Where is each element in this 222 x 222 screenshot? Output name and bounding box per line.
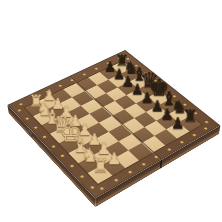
piece-black-rook-h8[interactable]: ♜	[182, 107, 197, 124]
brass-stud-icon	[100, 186, 105, 190]
brass-stud-icon	[204, 127, 208, 130]
piece-black-pawn-h7[interactable]: ♟	[171, 116, 185, 131]
brass-stud-icon	[80, 175, 85, 179]
brass-stud-icon	[17, 109, 21, 112]
brass-stud-icon	[128, 170, 133, 173]
brass-stud-icon	[83, 73, 87, 75]
brass-stud-icon	[90, 185, 95, 189]
brass-stud-icon	[154, 155, 159, 158]
brass-stud-icon	[51, 145, 55, 148]
brass-stud-icon	[58, 85, 62, 88]
chess-board: ♜♞♝♛♚♝♞♜♟♟♟♟♟♟♟♟♟♟♟♟♟♟♟♟♜♞♝♛♚♝♞♜	[7, 50, 220, 199]
piece-white-pawn-h2[interactable]: ♟	[107, 151, 122, 167]
brass-stud-icon	[204, 120, 208, 123]
brass-stud-icon	[94, 68, 98, 70]
brass-stud-icon	[42, 135, 46, 138]
brass-stud-icon	[114, 178, 119, 182]
brass-stud-icon	[25, 117, 29, 120]
brass-stud-icon	[167, 148, 171, 151]
fold-seam-side	[160, 159, 162, 169]
brass-stud-icon	[180, 141, 184, 144]
scene-3d: ♜♞♝♛♚♝♞♜♟♟♟♟♟♟♟♟♟♟♟♟♟♟♟♟♜♞♝♛♚♝♞♜	[0, 0, 222, 222]
brass-stud-icon	[34, 126, 38, 129]
brass-stud-icon	[141, 163, 146, 166]
piece-white-rook-h1[interactable]: ♜	[92, 157, 109, 176]
brass-stud-icon	[60, 154, 64, 157]
chess-set-photo: ♜♞♝♛♚♝♞♜♟♟♟♟♟♟♟♟♟♟♟♟♟♟♟♟♜♞♝♛♚♝♞♜	[0, 0, 222, 222]
brass-stud-icon	[70, 164, 75, 167]
brass-stud-icon	[192, 134, 196, 137]
brass-stud-icon	[19, 103, 23, 106]
